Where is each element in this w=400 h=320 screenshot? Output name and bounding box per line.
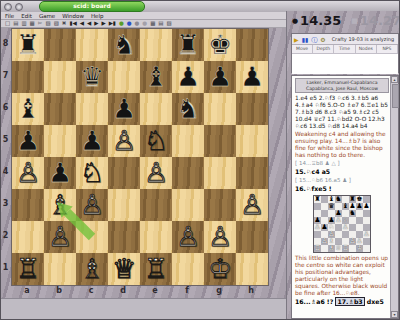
square-h2[interactable] (363, 238, 370, 245)
menu-item-file[interactable]: File (5, 12, 14, 19)
square-c1[interactable]: ♗ (76, 253, 108, 285)
square-c3[interactable]: ♙ (76, 189, 108, 221)
rank-label-3: 3 (1, 199, 10, 208)
piece[interactable]: ♙ (349, 238, 356, 245)
square-h7[interactable]: ♟ (236, 61, 268, 93)
rank-label-6: 6 (1, 103, 10, 112)
piece[interactable]: ♟ (76, 125, 108, 157)
square-h2[interactable] (236, 221, 268, 253)
analysis-panel: ● 14.35 ■ 14.27 ▶ ▮▮ ⓘ ⚙ Crafty 19-03 is… (286, 11, 400, 320)
setup-icon[interactable]: ▧ (167, 20, 172, 27)
square-e5[interactable]: ♘ (140, 125, 172, 157)
scrollbar-thumb[interactable] (392, 84, 399, 108)
square-g5[interactable] (356, 217, 363, 224)
open-icon[interactable]: ▤ (13, 20, 18, 27)
square-a7[interactable] (12, 61, 44, 93)
engine-start-icon[interactable]: ▶ (294, 35, 299, 44)
piece[interactable]: ♔ (204, 253, 236, 285)
engine-column-headers: MoveDepthTimeNodesNPS (292, 45, 398, 54)
square-d5[interactable]: ♙ (335, 217, 342, 224)
menu-item-window[interactable]: Window (62, 12, 84, 19)
black-clock-time: 14.27 (360, 13, 400, 28)
engine-output-area (292, 54, 398, 74)
scroll-down-icon[interactable]: ▾ (391, 311, 398, 318)
square-c7[interactable]: ♛ (76, 61, 108, 93)
square-g6[interactable] (356, 210, 363, 217)
piece[interactable]: ♟ (363, 203, 370, 210)
piece[interactable]: ♞ (172, 93, 204, 125)
square-h5[interactable] (236, 125, 268, 157)
piece[interactable]: ♝ (12, 93, 44, 125)
first-move-icon[interactable]: ▮◀ (69, 20, 76, 27)
square-b7[interactable] (321, 203, 328, 210)
square-g4[interactable] (204, 157, 236, 189)
square-c1[interactable]: ♗ (328, 245, 335, 252)
file-label-b: b (43, 286, 75, 297)
square-g4[interactable] (356, 224, 363, 231)
square-e1[interactable]: ♖ (342, 245, 349, 252)
square-e1[interactable]: ♖ (140, 253, 172, 285)
square-f5[interactable] (349, 217, 356, 224)
piece[interactable]: ♝ (342, 203, 349, 210)
square-c8[interactable] (76, 29, 108, 61)
piece[interactable]: ♙ (236, 189, 268, 221)
piece[interactable]: ♗ (44, 189, 76, 221)
piece[interactable]: ♖ (12, 253, 44, 285)
file-label-e: e (139, 286, 171, 297)
white-clock-icon: ● (292, 17, 298, 25)
scroll-up-icon[interactable]: ▴ (391, 76, 398, 83)
square-b5[interactable] (44, 125, 76, 157)
piece[interactable]: ♛ (76, 61, 108, 93)
rank-label-5: 5 (1, 135, 10, 144)
square-a2[interactable] (12, 221, 44, 253)
square-e4[interactable]: ♙ (342, 224, 349, 231)
piece[interactable]: ♞ (335, 196, 342, 203)
piece[interactable]: ♙ (172, 221, 204, 253)
last-move-icon[interactable]: ▶▮ (109, 20, 116, 27)
square-c6[interactable] (76, 93, 108, 125)
square-a1[interactable]: ♖ (12, 253, 44, 285)
file-label-f: f (171, 286, 203, 297)
variation-line-2[interactable]: [ 15...♘b6 16.a5 ♟ ] (295, 177, 389, 184)
square-g8[interactable]: ♚ (204, 29, 236, 61)
mainline-bold-3[interactable]: 16...♗a6 !? 17.♗b3 dxe5 (295, 298, 389, 306)
square-d3[interactable] (335, 231, 342, 238)
info-icon[interactable]: ⓘ (311, 35, 317, 44)
piece[interactable]: ♙ (335, 217, 342, 224)
piece[interactable]: ♙ (342, 224, 349, 231)
engine-column-move: Move (292, 45, 313, 53)
piece[interactable]: ♝ (140, 61, 172, 93)
square-g1[interactable]: ♔ (204, 253, 236, 285)
menu-item-help[interactable]: Help (91, 12, 104, 19)
game-header: Lasker, Emmanuel-Capablanca Capablanca, … (295, 78, 389, 93)
file-label-a: a (11, 286, 43, 297)
mini-chess-board: ♜♝♞♜♚♛♝♟♟♟♟♞♟♟♙♘♙♟♘♙♙♙♙♗♙♙♖♗♕♖♔ (313, 195, 371, 253)
square-f3[interactable] (172, 189, 204, 221)
square-h6[interactable] (236, 93, 268, 125)
piece[interactable]: ♖ (140, 253, 172, 285)
notation-scrollbar[interactable]: ▴ ▾ (390, 76, 398, 318)
square-h7[interactable]: ♟ (363, 203, 370, 210)
piece[interactable]: ♘ (140, 125, 172, 157)
clock-row: ● 14.35 ■ 14.27 (292, 13, 400, 28)
back-variation-icon[interactable]: ◀ (80, 20, 84, 27)
engine-green-icon[interactable]: ● (119, 20, 124, 27)
square-b7[interactable] (44, 61, 76, 93)
square-h3[interactable]: ♙ (236, 189, 268, 221)
square-g7[interactable]: ♟ (356, 203, 363, 210)
notation-diagram: ♜♝♞♜♚♛♝♟♟♟♟♞♟♟♙♘♙♟♘♙♙♙♙♗♙♙♖♗♕♖♔ (313, 195, 371, 253)
black-clock: ■ 14.27 (351, 13, 400, 28)
engine-column-time: Time (334, 45, 355, 53)
square-f6[interactable]: ♞ (172, 93, 204, 125)
paste-icon[interactable]: ▨ (54, 20, 59, 27)
square-g2[interactable]: ♙ (204, 221, 236, 253)
square-a8[interactable]: ♜ (314, 196, 321, 203)
copy-icon[interactable]: ▧ (45, 20, 50, 27)
square-a5[interactable]: ♟ (12, 125, 44, 157)
current-move-highlight[interactable]: 17.♗b3 (335, 297, 364, 306)
engine-status-text: Crafty 19-03 is analyzing (332, 36, 395, 42)
square-f2[interactable]: ♙ (172, 221, 204, 253)
square-f1[interactable] (172, 253, 204, 285)
game-header-line1: Lasker, Emmanuel-Capablanca (296, 80, 388, 86)
square-a6[interactable]: ♝ (12, 93, 44, 125)
engine-window: ▶ ▮▮ ⓘ ⚙ Crafty 19-03 is analyzing MoveD… (291, 33, 399, 73)
square-d4[interactable] (108, 157, 140, 189)
piece[interactable]: ♕ (108, 253, 140, 285)
piece[interactable]: ♟ (12, 125, 44, 157)
square-c7[interactable]: ♛ (328, 203, 335, 210)
piece[interactable]: ♙ (321, 238, 328, 245)
piece[interactable]: ♙ (140, 157, 172, 189)
square-e6[interactable] (140, 93, 172, 125)
square-d8[interactable]: ♞ (108, 29, 140, 61)
board-frame: ♜♞♜♚♛♝♟♟♟♝♟♞♟♟♙♘♙♟♘♙♗♙♙♙♙♙♖♗♕♖♔ 87654321… (1, 28, 286, 298)
window-lower-strip (1, 298, 286, 320)
square-f5[interactable] (172, 125, 204, 157)
gray-dot2-icon[interactable]: ● (142, 20, 147, 27)
piece[interactable]: ♛ (328, 203, 335, 210)
gamelist-icon[interactable]: ▦ (150, 20, 155, 27)
piece[interactable]: ♟ (172, 61, 204, 93)
piece[interactable]: ♗ (328, 245, 335, 252)
engine-settings-gear-icon[interactable]: ⚙ (320, 35, 325, 44)
square-b8[interactable] (321, 196, 328, 203)
square-e4[interactable]: ♙ (140, 157, 172, 189)
file-label-h: h (235, 286, 267, 297)
square-e2[interactable] (140, 221, 172, 253)
square-c2[interactable] (76, 221, 108, 253)
rank-label-2: 2 (1, 231, 10, 240)
delete-icon[interactable]: ✖ (62, 20, 67, 27)
engine-toolbar[interactable]: ▶ ▮▮ ⓘ ⚙ Crafty 19-03 is analyzing (292, 34, 398, 45)
chess-board[interactable]: ♜♞♜♚♛♝♟♟♟♝♟♞♟♟♙♘♙♟♘♙♗♙♙♙♙♙♖♗♕♖♔ (11, 28, 269, 286)
square-c4[interactable]: ♘ (76, 157, 108, 189)
app-window: scid: board FileEditGameWindowHelp □▤▥▦✂… (0, 0, 400, 320)
piece[interactable]: ♔ (356, 245, 363, 252)
piece[interactable]: ♟ (108, 93, 140, 125)
square-d1[interactable]: ♕ (335, 245, 342, 252)
piece[interactable]: ♞ (108, 29, 140, 61)
square-a8[interactable]: ♜ (12, 29, 44, 61)
piece[interactable]: ♙ (108, 125, 140, 157)
square-b2[interactable]: ♙ (321, 238, 328, 245)
square-e3[interactable] (342, 231, 349, 238)
engine-blue-icon[interactable]: ● (127, 20, 132, 27)
engine-column-nps: NPS (377, 45, 398, 53)
square-f4[interactable] (349, 224, 356, 231)
square-e7[interactable]: ♝ (140, 61, 172, 93)
square-g5[interactable] (204, 125, 236, 157)
square-a4[interactable]: ♙ (314, 224, 321, 231)
game-header-line2: Capablanca, Jose Raul, Moscow (296, 86, 388, 92)
square-h3[interactable]: ♙ (363, 231, 370, 238)
piece[interactable]: ♟ (236, 61, 268, 93)
square-d3[interactable] (108, 189, 140, 221)
piece[interactable]: ♙ (44, 221, 76, 253)
rank-label-8: 8 (1, 39, 10, 48)
piece[interactable]: ♕ (335, 245, 342, 252)
square-d2[interactable] (108, 221, 140, 253)
file-label-d: d (107, 286, 139, 297)
file-label-c: c (75, 286, 107, 297)
piece[interactable]: ♟ (44, 157, 76, 189)
square-d7[interactable] (108, 61, 140, 93)
square-d1[interactable]: ♕ (108, 253, 140, 285)
save-icon[interactable]: ▥ (21, 20, 26, 27)
square-d8[interactable]: ♞ (335, 196, 342, 203)
square-f6[interactable]: ♞ (349, 210, 356, 217)
piece[interactable]: ♟ (321, 224, 328, 231)
rank-label-1: 1 (1, 263, 10, 272)
back-move-icon[interactable]: ◀ (87, 20, 91, 27)
square-b1[interactable] (321, 245, 328, 252)
engine-column-depth: Depth (313, 45, 334, 53)
piece[interactable]: ♙ (76, 189, 108, 221)
piece[interactable]: ♜ (172, 29, 204, 61)
square-b1[interactable] (44, 253, 76, 285)
square-h4[interactable] (236, 157, 268, 189)
square-a3[interactable] (314, 231, 321, 238)
square-b6[interactable] (44, 93, 76, 125)
square-c5[interactable]: ♟ (76, 125, 108, 157)
move-text[interactable]: dxe5 (365, 298, 384, 305)
piece[interactable]: ♟ (204, 61, 236, 93)
black-clock-icon: ■ (351, 17, 358, 25)
square-f4[interactable] (172, 157, 204, 189)
mainline-bold-2[interactable]: 16.♘fxe5 ! (295, 185, 389, 193)
notation-icon[interactable]: ▤ (158, 20, 163, 27)
square-h5[interactable] (363, 217, 370, 224)
square-b4[interactable]: ♟ (44, 157, 76, 189)
square-g3[interactable] (204, 189, 236, 221)
white-clock-time: 14.35 (300, 13, 341, 28)
square-b2[interactable]: ♙ (44, 221, 76, 253)
piece[interactable]: ♟ (356, 203, 363, 210)
engine-column-nodes: Nodes (356, 45, 377, 53)
rank-label-4: 4 (1, 167, 10, 176)
square-d6[interactable]: ♟ (108, 93, 140, 125)
square-f7[interactable]: ♟ (172, 61, 204, 93)
piece[interactable]: ♖ (342, 245, 349, 252)
square-f2[interactable]: ♙ (349, 238, 356, 245)
piece[interactable]: ♜ (12, 29, 44, 61)
piece[interactable]: ♞ (349, 210, 356, 217)
notation-window[interactable]: Lasker, Emmanuel-Capablanca Capablanca, … (291, 75, 399, 319)
new-icon[interactable]: □ (5, 20, 10, 27)
square-b8[interactable] (44, 29, 76, 61)
file-label-g: g (203, 286, 235, 297)
square-e3[interactable] (140, 189, 172, 221)
square-h6[interactable] (363, 210, 370, 217)
annotation-comment-2: This little combination opens up the cen… (295, 255, 389, 297)
window-title: scid: board (39, 1, 145, 12)
square-g1[interactable]: ♔ (356, 245, 363, 252)
rank-label-7: 7 (1, 71, 10, 80)
square-e8[interactable] (140, 29, 172, 61)
mainline-bold-1[interactable]: 15.♘c4 a5 (295, 168, 389, 176)
square-h1[interactable] (236, 253, 268, 285)
square-a1[interactable]: ♖ (314, 245, 321, 252)
square-h8[interactable] (236, 29, 268, 61)
annotation-comment-1: Weakening c4 and allowing the ensuing pl… (295, 131, 389, 159)
square-b6[interactable] (321, 210, 328, 217)
piece[interactable]: ♙ (363, 231, 370, 238)
square-d5[interactable]: ♙ (108, 125, 140, 157)
pause-icon[interactable]: ▮▮ (302, 35, 309, 44)
square-f8[interactable]: ♜ (172, 29, 204, 61)
window-menu-button[interactable] (4, 3, 12, 11)
square-g6[interactable] (204, 93, 236, 125)
menu-item-game[interactable]: Game (39, 12, 55, 19)
gray-dot-icon[interactable]: ● (135, 20, 140, 27)
square-a4[interactable]: ♙ (12, 157, 44, 189)
square-f1[interactable] (349, 245, 356, 252)
piece[interactable]: ♘ (76, 157, 108, 189)
forward-variation-icon[interactable]: ▶ (101, 20, 105, 27)
square-e7[interactable]: ♝ (342, 203, 349, 210)
window-minimize-button[interactable] (15, 3, 23, 11)
piece[interactable]: ♚ (204, 29, 236, 61)
mainline-moves[interactable]: 1.e4 e5 2.♘f3 ♘c6 3.♗b5 a6 4.♗a4 ♘f6 5.O… (295, 95, 389, 130)
square-g7[interactable]: ♟ (204, 61, 236, 93)
board-layout-icon[interactable]: ▦ (30, 20, 35, 27)
white-clock: ● 14.35 (292, 13, 341, 28)
forward-move-icon[interactable]: ▶ (94, 20, 98, 27)
piece[interactable]: ♙ (12, 157, 44, 189)
square-a3[interactable] (12, 189, 44, 221)
variation-line-1[interactable]: [ 14...♖b8 ♟ △ ] (295, 160, 389, 167)
piece[interactable]: ♙ (204, 221, 236, 253)
piece[interactable]: ♜ (314, 196, 321, 203)
square-d4[interactable] (335, 224, 342, 231)
square-b3[interactable]: ♗ (44, 189, 76, 221)
menu-item-edit[interactable]: Edit (21, 12, 32, 19)
piece[interactable]: ♖ (314, 245, 321, 252)
square-b4[interactable]: ♟ (321, 224, 328, 231)
move-text[interactable]: 16...♗a6 !? (295, 298, 335, 305)
square-a7[interactable] (314, 203, 321, 210)
piece[interactable]: ♙ (314, 224, 321, 231)
cut-icon[interactable]: ✂ (38, 20, 43, 27)
piece[interactable]: ♗ (76, 253, 108, 285)
square-h1[interactable] (363, 245, 370, 252)
